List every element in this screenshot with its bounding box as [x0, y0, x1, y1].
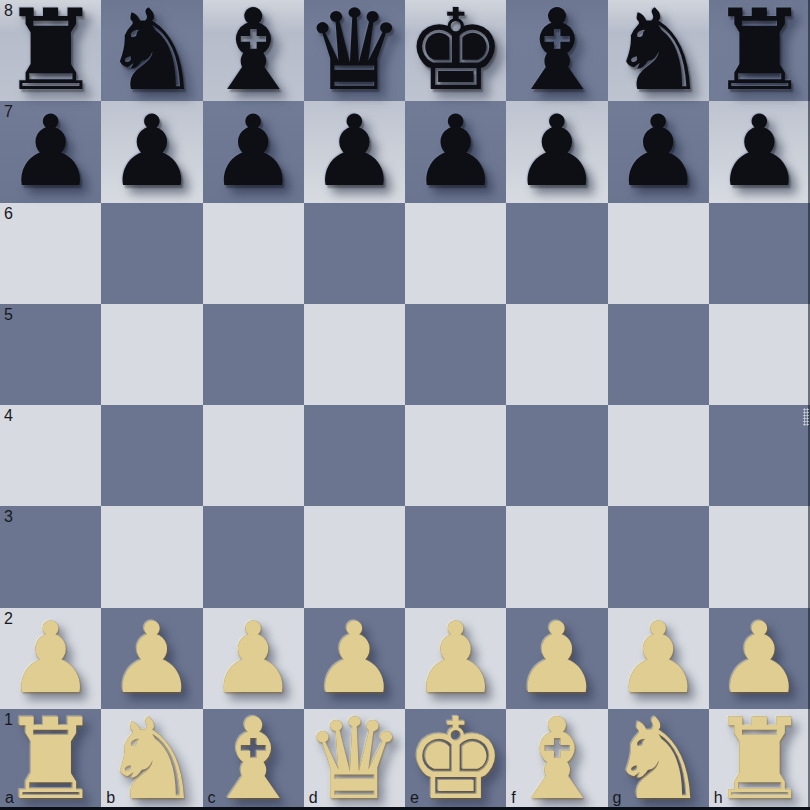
- piece-black-pawn[interactable]: ♟: [203, 101, 304, 202]
- rank-label-6: 6: [4, 206, 13, 222]
- square-f1[interactable]: f♝: [506, 709, 607, 810]
- file-label-g: g: [613, 790, 622, 806]
- piece-black-pawn[interactable]: ♟: [709, 101, 810, 202]
- square-d5[interactable]: [304, 304, 405, 405]
- piece-white-rook[interactable]: ♜: [709, 709, 810, 810]
- square-d6[interactable]: [304, 203, 405, 304]
- piece-black-bishop[interactable]: ♝: [203, 0, 304, 101]
- rank-label-8: 8: [4, 3, 13, 19]
- square-a3[interactable]: 3: [0, 506, 101, 607]
- rank-label-1: 1: [4, 712, 13, 728]
- square-g1[interactable]: g♞: [608, 709, 709, 810]
- square-f5[interactable]: [506, 304, 607, 405]
- piece-black-pawn[interactable]: ♟: [506, 101, 607, 202]
- square-b3[interactable]: [101, 506, 202, 607]
- piece-black-rook[interactable]: ♜: [0, 0, 101, 101]
- square-b6[interactable]: [101, 203, 202, 304]
- square-f3[interactable]: [506, 506, 607, 607]
- piece-black-pawn[interactable]: ♟: [405, 101, 506, 202]
- square-f8[interactable]: ♝: [506, 0, 607, 101]
- square-f6[interactable]: [506, 203, 607, 304]
- piece-black-pawn[interactable]: ♟: [304, 101, 405, 202]
- square-b1[interactable]: b♞: [101, 709, 202, 810]
- piece-white-bishop[interactable]: ♝: [203, 709, 304, 810]
- resize-grip-handle[interactable]: [803, 408, 809, 426]
- rank-label-4: 4: [4, 408, 13, 424]
- square-g7[interactable]: ♟: [608, 101, 709, 202]
- square-d8[interactable]: ♛: [304, 0, 405, 101]
- square-e1[interactable]: e♚: [405, 709, 506, 810]
- square-e4[interactable]: [405, 405, 506, 506]
- piece-black-king[interactable]: ♚: [405, 0, 506, 101]
- square-e5[interactable]: [405, 304, 506, 405]
- square-e6[interactable]: [405, 203, 506, 304]
- piece-black-pawn[interactable]: ♟: [101, 101, 202, 202]
- file-label-a: a: [5, 790, 14, 806]
- square-h8[interactable]: ♜: [709, 0, 810, 101]
- square-b8[interactable]: ♞: [101, 0, 202, 101]
- square-c3[interactable]: [203, 506, 304, 607]
- square-b7[interactable]: ♟: [101, 101, 202, 202]
- piece-black-rook[interactable]: ♜: [709, 0, 810, 101]
- square-g6[interactable]: [608, 203, 709, 304]
- square-h3[interactable]: [709, 506, 810, 607]
- piece-white-knight[interactable]: ♞: [608, 709, 709, 810]
- file-label-f: f: [511, 790, 515, 806]
- square-a8[interactable]: 8♜: [0, 0, 101, 101]
- rank-label-2: 2: [4, 611, 13, 627]
- piece-black-queen[interactable]: ♛: [304, 0, 405, 101]
- piece-black-bishop[interactable]: ♝: [506, 0, 607, 101]
- square-g4[interactable]: [608, 405, 709, 506]
- rank-label-3: 3: [4, 509, 13, 525]
- square-c1[interactable]: c♝: [203, 709, 304, 810]
- square-h7[interactable]: ♟: [709, 101, 810, 202]
- piece-white-queen[interactable]: ♛: [304, 709, 405, 810]
- square-a5[interactable]: 5: [0, 304, 101, 405]
- file-label-d: d: [309, 790, 318, 806]
- square-h4[interactable]: [709, 405, 810, 506]
- piece-black-pawn[interactable]: ♟: [608, 101, 709, 202]
- square-e7[interactable]: ♟: [405, 101, 506, 202]
- file-label-c: c: [208, 790, 216, 806]
- square-a4[interactable]: 4: [0, 405, 101, 506]
- square-d7[interactable]: ♟: [304, 101, 405, 202]
- file-label-h: h: [714, 790, 723, 806]
- square-h5[interactable]: [709, 304, 810, 405]
- piece-black-pawn[interactable]: ♟: [0, 101, 101, 202]
- piece-black-knight[interactable]: ♞: [608, 0, 709, 101]
- square-c7[interactable]: ♟: [203, 101, 304, 202]
- square-e8[interactable]: ♚: [405, 0, 506, 101]
- square-a7[interactable]: 7♟: [0, 101, 101, 202]
- square-g8[interactable]: ♞: [608, 0, 709, 101]
- piece-white-bishop[interactable]: ♝: [506, 709, 607, 810]
- piece-white-king[interactable]: ♚: [405, 709, 506, 810]
- rank-label-7: 7: [4, 104, 13, 120]
- square-a1[interactable]: 1a♜: [0, 709, 101, 810]
- square-f7[interactable]: ♟: [506, 101, 607, 202]
- square-b5[interactable]: [101, 304, 202, 405]
- piece-white-rook[interactable]: ♜: [0, 709, 101, 810]
- square-f4[interactable]: [506, 405, 607, 506]
- square-e3[interactable]: [405, 506, 506, 607]
- piece-white-knight[interactable]: ♞: [101, 709, 202, 810]
- piece-black-knight[interactable]: ♞: [101, 0, 202, 101]
- rank-label-5: 5: [4, 307, 13, 323]
- square-g5[interactable]: [608, 304, 709, 405]
- square-b4[interactable]: [101, 405, 202, 506]
- square-d4[interactable]: [304, 405, 405, 506]
- square-c8[interactable]: ♝: [203, 0, 304, 101]
- square-d3[interactable]: [304, 506, 405, 607]
- chess-board: 8♜♞♝♛♚♝♞♜7♟♟♟♟♟♟♟♟65432♟♟♟♟♟♟♟♟1a♜b♞c♝d♛…: [0, 0, 810, 810]
- square-h1[interactable]: h♜: [709, 709, 810, 810]
- file-label-e: e: [410, 790, 419, 806]
- square-h6[interactable]: [709, 203, 810, 304]
- file-label-b: b: [106, 790, 115, 806]
- square-c6[interactable]: [203, 203, 304, 304]
- square-a6[interactable]: 6: [0, 203, 101, 304]
- square-g3[interactable]: [608, 506, 709, 607]
- square-d1[interactable]: d♛: [304, 709, 405, 810]
- square-c5[interactable]: [203, 304, 304, 405]
- square-c4[interactable]: [203, 405, 304, 506]
